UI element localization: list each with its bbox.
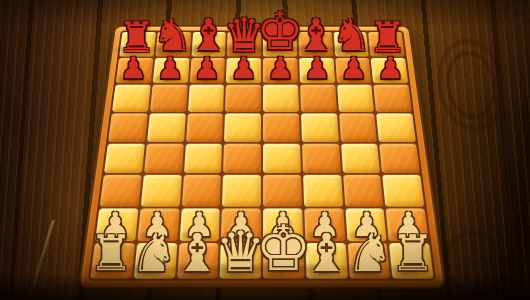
vignette-overlay — [0, 0, 530, 300]
